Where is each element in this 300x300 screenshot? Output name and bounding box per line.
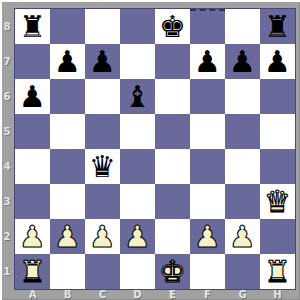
square-b4[interactable]: [50, 149, 85, 184]
square-g2[interactable]: ♟: [225, 219, 260, 254]
square-f2[interactable]: ♟: [190, 219, 225, 254]
black-rook: ♜: [264, 9, 291, 44]
square-f4[interactable]: [190, 149, 225, 184]
square-c8[interactable]: [85, 9, 120, 44]
file-label-g: G: [225, 290, 260, 300]
square-h4[interactable]: [260, 149, 295, 184]
rank-label-3: 3: [0, 184, 14, 219]
square-d4[interactable]: [120, 149, 155, 184]
square-h3[interactable]: ♛: [260, 184, 295, 219]
square-c6[interactable]: [85, 79, 120, 114]
square-f6[interactable]: [190, 79, 225, 114]
square-e4[interactable]: [155, 149, 190, 184]
square-a8[interactable]: ♜: [15, 9, 50, 44]
square-g7[interactable]: ♟: [225, 44, 260, 79]
square-b8[interactable]: [50, 9, 85, 44]
rank-label-4: 4: [0, 149, 14, 184]
white-pawn: ♟: [229, 219, 256, 254]
file-label-f: F: [190, 290, 225, 300]
file-label-a: A: [15, 290, 50, 300]
square-a6[interactable]: ♟: [15, 79, 50, 114]
square-a3[interactable]: [15, 184, 50, 219]
black-queen: ♛: [89, 149, 116, 184]
square-a2[interactable]: ♟: [15, 219, 50, 254]
black-pawn: ♟: [194, 44, 221, 79]
square-f8[interactable]: [190, 9, 225, 44]
square-c4[interactable]: ♛: [85, 149, 120, 184]
rank-label-8: 8: [0, 9, 14, 44]
rank-label-1: 1: [0, 254, 14, 289]
white-king: ♚: [159, 254, 186, 289]
square-f1[interactable]: [190, 254, 225, 289]
square-a4[interactable]: [15, 149, 50, 184]
square-f7[interactable]: ♟: [190, 44, 225, 79]
square-c2[interactable]: ♟: [85, 219, 120, 254]
black-pawn: ♟: [19, 79, 46, 114]
square-e2[interactable]: [155, 219, 190, 254]
square-e7[interactable]: [155, 44, 190, 79]
square-e8[interactable]: ♚: [155, 9, 190, 44]
square-c7[interactable]: ♟: [85, 44, 120, 79]
square-d1[interactable]: [120, 254, 155, 289]
square-e3[interactable]: [155, 184, 190, 219]
square-b2[interactable]: ♟: [50, 219, 85, 254]
square-e6[interactable]: [155, 79, 190, 114]
file-label-c: C: [85, 290, 120, 300]
square-b6[interactable]: [50, 79, 85, 114]
file-label-d: D: [120, 290, 155, 300]
square-h8[interactable]: ♜: [260, 9, 295, 44]
square-f3[interactable]: [190, 184, 225, 219]
file-label-e: E: [155, 290, 190, 300]
square-e5[interactable]: [155, 114, 190, 149]
rank-label-6: 6: [0, 79, 14, 114]
white-rook: ♜: [264, 254, 291, 289]
square-d8[interactable]: [120, 9, 155, 44]
square-a7[interactable]: [15, 44, 50, 79]
black-pawn: ♟: [264, 44, 291, 79]
square-d6[interactable]: ♝: [120, 79, 155, 114]
square-h1[interactable]: ♜: [260, 254, 295, 289]
square-c1[interactable]: [85, 254, 120, 289]
square-h2[interactable]: [260, 219, 295, 254]
white-pawn: ♟: [19, 219, 46, 254]
square-d3[interactable]: [120, 184, 155, 219]
square-b1[interactable]: [50, 254, 85, 289]
file-label-b: B: [50, 290, 85, 300]
chess-board: ♜♚♜♟♟♟♟♟♟♝♛♛♟♟♟♟♟♟♜♚♜: [14, 8, 296, 290]
square-f5[interactable]: [190, 114, 225, 149]
white-queen: ♛: [264, 184, 291, 219]
black-rook: ♜: [19, 9, 46, 44]
white-rook: ♜: [19, 254, 46, 289]
square-d7[interactable]: [120, 44, 155, 79]
rank-label-5: 5: [0, 114, 14, 149]
square-b3[interactable]: [50, 184, 85, 219]
square-h5[interactable]: [260, 114, 295, 149]
square-d2[interactable]: ♟: [120, 219, 155, 254]
square-c5[interactable]: [85, 114, 120, 149]
square-g5[interactable]: [225, 114, 260, 149]
black-pawn: ♟: [229, 44, 256, 79]
rank-label-2: 2: [0, 219, 14, 254]
file-label-h: H: [260, 290, 295, 300]
square-h7[interactable]: ♟: [260, 44, 295, 79]
square-b7[interactable]: ♟: [50, 44, 85, 79]
white-pawn: ♟: [54, 219, 81, 254]
square-h6[interactable]: [260, 79, 295, 114]
square-a1[interactable]: ♜: [15, 254, 50, 289]
square-g4[interactable]: [225, 149, 260, 184]
black-bishop: ♝: [124, 79, 151, 114]
square-d5[interactable]: [120, 114, 155, 149]
black-pawn: ♟: [89, 44, 116, 79]
square-e1[interactable]: ♚: [155, 254, 190, 289]
rank-label-7: 7: [0, 44, 14, 79]
black-pawn: ♟: [54, 44, 81, 79]
square-g3[interactable]: [225, 184, 260, 219]
square-g6[interactable]: [225, 79, 260, 114]
white-pawn: ♟: [194, 219, 221, 254]
white-pawn: ♟: [124, 219, 151, 254]
square-g1[interactable]: [225, 254, 260, 289]
square-c3[interactable]: [85, 184, 120, 219]
square-g8[interactable]: [225, 9, 260, 44]
white-pawn: ♟: [89, 219, 116, 254]
black-king: ♚: [159, 9, 186, 44]
square-a5[interactable]: [15, 114, 50, 149]
chess-window: ♜♚♜♟♟♟♟♟♟♝♛♛♟♟♟♟♟♟♜♚♜ 87654321 ABCDEFGH: [0, 0, 300, 300]
square-b5[interactable]: [50, 114, 85, 149]
